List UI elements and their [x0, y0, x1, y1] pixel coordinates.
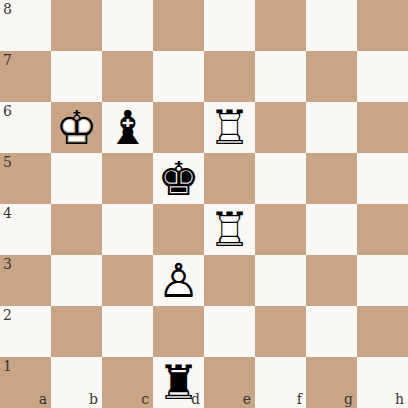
square-d7[interactable]: [153, 51, 204, 102]
square-g3[interactable]: [306, 255, 357, 306]
piece-glyph: ♔: [51, 102, 102, 153]
square-h1[interactable]: [357, 357, 408, 408]
square-e1[interactable]: [204, 357, 255, 408]
square-h2[interactable]: [357, 306, 408, 357]
square-e2[interactable]: [204, 306, 255, 357]
square-e5[interactable]: [204, 153, 255, 204]
square-d8[interactable]: [153, 0, 204, 51]
square-g6[interactable]: [306, 102, 357, 153]
square-f3[interactable]: [255, 255, 306, 306]
square-a4[interactable]: [0, 204, 51, 255]
square-e8[interactable]: [204, 0, 255, 51]
square-c7[interactable]: [102, 51, 153, 102]
piece-glyph: ♖: [204, 102, 255, 153]
square-a3[interactable]: [0, 255, 51, 306]
square-g8[interactable]: [306, 0, 357, 51]
square-e7[interactable]: [204, 51, 255, 102]
white-pawn[interactable]: ♟♙: [153, 255, 204, 306]
square-b1[interactable]: [51, 357, 102, 408]
square-d2[interactable]: [153, 306, 204, 357]
black-bishop[interactable]: ♝: [102, 102, 153, 153]
square-f5[interactable]: [255, 153, 306, 204]
square-b7[interactable]: [51, 51, 102, 102]
square-f8[interactable]: [255, 0, 306, 51]
square-a6[interactable]: [0, 102, 51, 153]
white-king[interactable]: ♚♔: [51, 102, 102, 153]
square-h7[interactable]: [357, 51, 408, 102]
square-c5[interactable]: [102, 153, 153, 204]
square-h6[interactable]: [357, 102, 408, 153]
piece-glyph: ♜: [153, 357, 204, 408]
square-a1[interactable]: [0, 357, 51, 408]
square-e3[interactable]: [204, 255, 255, 306]
piece-glyph: ♙: [153, 255, 204, 306]
piece-glyph: ♖: [204, 204, 255, 255]
square-f7[interactable]: [255, 51, 306, 102]
square-g7[interactable]: [306, 51, 357, 102]
white-rook[interactable]: ♜♖: [204, 204, 255, 255]
white-rook[interactable]: ♜♖: [204, 102, 255, 153]
square-c8[interactable]: [102, 0, 153, 51]
square-h4[interactable]: [357, 204, 408, 255]
square-b5[interactable]: [51, 153, 102, 204]
square-b4[interactable]: [51, 204, 102, 255]
square-c2[interactable]: [102, 306, 153, 357]
square-c1[interactable]: [102, 357, 153, 408]
chess-board: 87654321abcdefgh♚♔♝♜♖♚♜♖♟♙♜: [0, 0, 408, 408]
black-king[interactable]: ♚: [153, 153, 204, 204]
square-g5[interactable]: [306, 153, 357, 204]
square-a5[interactable]: [0, 153, 51, 204]
square-h8[interactable]: [357, 0, 408, 51]
square-f2[interactable]: [255, 306, 306, 357]
square-f4[interactable]: [255, 204, 306, 255]
black-rook[interactable]: ♜: [153, 357, 204, 408]
square-d6[interactable]: [153, 102, 204, 153]
square-b3[interactable]: [51, 255, 102, 306]
piece-glyph: ♚: [153, 153, 204, 204]
square-f6[interactable]: [255, 102, 306, 153]
square-f1[interactable]: [255, 357, 306, 408]
square-c4[interactable]: [102, 204, 153, 255]
square-g4[interactable]: [306, 204, 357, 255]
square-g2[interactable]: [306, 306, 357, 357]
square-b2[interactable]: [51, 306, 102, 357]
square-b8[interactable]: [51, 0, 102, 51]
square-a7[interactable]: [0, 51, 51, 102]
piece-glyph: ♝: [102, 102, 153, 153]
square-a2[interactable]: [0, 306, 51, 357]
square-h5[interactable]: [357, 153, 408, 204]
square-h3[interactable]: [357, 255, 408, 306]
square-g1[interactable]: [306, 357, 357, 408]
square-a8[interactable]: [0, 0, 51, 51]
square-c3[interactable]: [102, 255, 153, 306]
square-d4[interactable]: [153, 204, 204, 255]
